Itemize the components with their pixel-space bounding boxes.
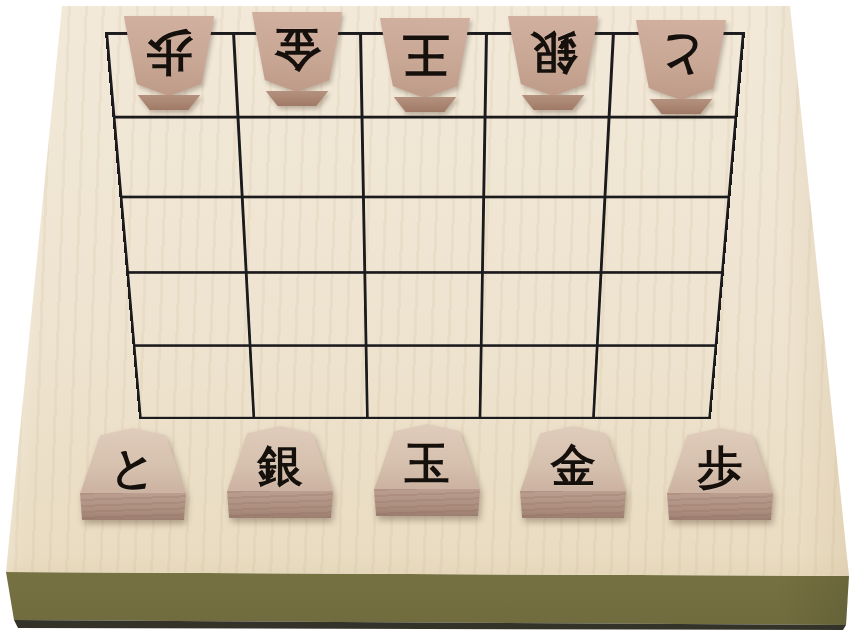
piece-front-face <box>667 493 773 520</box>
piece-gote-silver[interactable]: 銀 <box>507 16 599 110</box>
board-cell-r4c1[interactable] <box>129 274 251 347</box>
board-cell-r2c4[interactable] <box>485 118 610 198</box>
board-cell-r3c4[interactable] <box>484 198 606 274</box>
piece-base <box>635 99 727 114</box>
piece-front-face <box>227 491 333 518</box>
piece-sente-pawn[interactable]: 歩 <box>667 428 773 520</box>
piece-glyph: 王 <box>402 32 449 79</box>
piece-base <box>251 91 343 106</box>
board-cell-r5c3[interactable] <box>367 347 483 417</box>
piece-face: 歩 <box>667 428 773 494</box>
piece-base <box>507 95 599 110</box>
piece-glyph: 銀 <box>530 30 577 77</box>
piece-glyph: 金 <box>551 443 596 488</box>
board-cell-r4c3[interactable] <box>366 274 484 347</box>
board-cell-r3c3[interactable] <box>364 198 485 274</box>
piece-glyph: 歩 <box>146 30 193 77</box>
piece-glyph: 金 <box>274 26 321 73</box>
piece-front-face <box>80 493 186 520</box>
piece-glyph: 玉 <box>405 441 450 486</box>
piece-face: 王 <box>379 18 471 98</box>
piece-front-face <box>374 489 480 516</box>
piece-glyph: と <box>657 34 705 81</box>
piece-gote-king[interactable]: 王 <box>379 18 471 112</box>
shogi-board-photo: 歩 金 王 銀 と と 銀 玉 金 歩 <box>0 0 852 630</box>
board-cell-r5c5[interactable] <box>595 347 714 417</box>
board-cell-r3c5[interactable] <box>603 198 728 274</box>
board-cell-r3c2[interactable] <box>243 198 365 274</box>
piece-base <box>379 97 471 112</box>
board-cell-r2c5[interactable] <box>606 118 734 198</box>
piece-gote-pawn[interactable]: 歩 <box>123 16 215 110</box>
board-cell-r5c4[interactable] <box>482 347 599 417</box>
piece-face: 玉 <box>374 424 480 490</box>
piece-front-face <box>520 491 626 518</box>
piece-face: 銀 <box>227 426 333 492</box>
piece-face: 金 <box>251 12 343 92</box>
piece-sente-tokin[interactable]: と <box>80 428 186 520</box>
piece-face: と <box>80 428 186 494</box>
piece-gote-gold[interactable]: 金 <box>251 12 343 106</box>
board-cell-r4c5[interactable] <box>599 274 721 347</box>
piece-base <box>123 95 215 110</box>
board-cell-r5c2[interactable] <box>251 347 368 417</box>
board-cell-r2c2[interactable] <box>239 118 364 198</box>
board-cell-r4c2[interactable] <box>247 274 367 347</box>
piece-glyph: と <box>110 445 156 490</box>
board-cell-r2c3[interactable] <box>363 118 487 198</box>
piece-sente-gold[interactable]: 金 <box>520 426 626 518</box>
piece-face: と <box>635 20 727 100</box>
piece-glyph: 歩 <box>698 445 743 490</box>
piece-face: 金 <box>520 426 626 492</box>
piece-sente-king[interactable]: 玉 <box>374 424 480 516</box>
board-cell-r3c1[interactable] <box>122 198 247 274</box>
piece-face: 歩 <box>123 16 215 96</box>
piece-sente-silver[interactable]: 銀 <box>227 426 333 518</box>
piece-gote-tokin[interactable]: と <box>635 20 727 114</box>
board-cell-r2c1[interactable] <box>116 118 244 198</box>
board-cell-r4c4[interactable] <box>483 274 603 347</box>
piece-face: 銀 <box>507 16 599 96</box>
piece-glyph: 銀 <box>258 443 303 488</box>
board-cell-r5c1[interactable] <box>136 347 255 417</box>
